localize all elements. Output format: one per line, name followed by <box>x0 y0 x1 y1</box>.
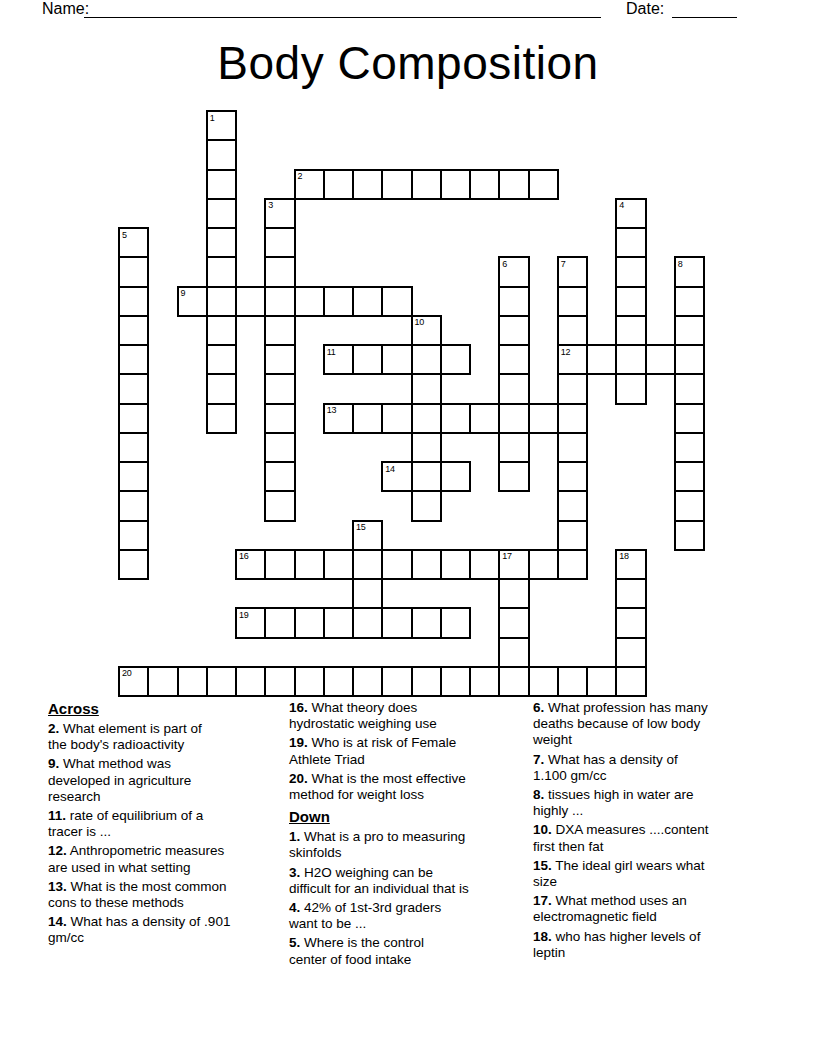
grid-cell[interactable] <box>352 403 383 434</box>
clue-number: 6. <box>533 700 544 715</box>
grid-cell[interactable] <box>118 286 149 317</box>
grid-cell[interactable]: 13 <box>323 403 354 434</box>
grid-cell[interactable] <box>206 315 237 346</box>
grid-cell[interactable] <box>411 373 442 404</box>
cell-number: 7 <box>561 259 566 269</box>
grid-cell[interactable]: 14 <box>381 461 412 492</box>
grid-cell[interactable] <box>118 490 149 521</box>
grid-cell[interactable] <box>323 607 354 638</box>
clue-text: Where is the control center of food inta… <box>289 935 424 966</box>
clue-text: Anthropometric measures are used in what… <box>48 843 224 874</box>
grid-cell[interactable] <box>528 549 559 580</box>
clue-text: What is the most common cons to these me… <box>48 879 227 910</box>
clue-item: 3. H2O weighing can be difficult for an … <box>289 865 529 897</box>
grid-cell[interactable] <box>498 344 529 375</box>
grid-cell[interactable] <box>615 286 646 317</box>
clue-number: 12. <box>48 843 67 858</box>
grid-cell[interactable] <box>323 286 354 317</box>
grid-cell[interactable]: 12 <box>557 344 588 375</box>
clue-text: What has a density of .901 gm/cc <box>48 914 230 945</box>
name-label: Name: <box>42 0 89 18</box>
grid-cell[interactable] <box>381 286 412 317</box>
cell-number: 17 <box>502 551 511 561</box>
clue-number: 8. <box>533 787 544 802</box>
grid-cell[interactable]: 9 <box>177 286 208 317</box>
grid-cell[interactable] <box>674 490 705 521</box>
clue-text: H2O weighing can be difficult for an ind… <box>289 865 469 896</box>
grid-cell[interactable]: 3 <box>264 198 295 229</box>
clue-number: 15. <box>533 858 552 873</box>
grid-cell[interactable]: 11 <box>323 344 354 375</box>
clue-text: who has higher levels of leptin <box>533 929 700 960</box>
cell-number: 9 <box>181 288 186 298</box>
clue-column: Across2. What element is part of the bod… <box>48 700 280 950</box>
grid-cell[interactable]: 8 <box>674 256 705 287</box>
clue-text: What element is part of the body's radio… <box>48 721 202 752</box>
grid-cell[interactable] <box>674 373 705 404</box>
grid-cell[interactable] <box>118 432 149 463</box>
clue-number: 14. <box>48 914 67 929</box>
grid-cell[interactable] <box>615 256 646 287</box>
grid-cell[interactable]: 20 <box>118 666 149 697</box>
grid-cell[interactable] <box>557 403 588 434</box>
grid-cell[interactable] <box>323 169 354 200</box>
clue-item: 16. What theory does hydrostatic weighin… <box>289 700 529 732</box>
grid-cell[interactable] <box>498 461 529 492</box>
grid-cell[interactable] <box>411 169 442 200</box>
clue-number: 10. <box>533 822 552 837</box>
clue-text: Who is at risk of Female Athlete Triad <box>289 735 456 766</box>
grid-cell[interactable] <box>674 432 705 463</box>
grid-cell[interactable] <box>352 549 383 580</box>
grid-cell[interactable] <box>674 315 705 346</box>
grid-cell[interactable] <box>557 666 588 697</box>
cell-number: 20 <box>122 668 131 678</box>
grid-cell[interactable] <box>557 373 588 404</box>
grid-cell[interactable] <box>352 286 383 317</box>
grid-cell[interactable] <box>674 286 705 317</box>
clue-item: 18. who has higher levels of leptin <box>533 929 765 961</box>
clue-item: 12. Anthropometric measures are used in … <box>48 843 280 875</box>
clue-item: 10. DXA measures ....content first then … <box>533 822 765 854</box>
grid-cell[interactable] <box>411 461 442 492</box>
grid-cell[interactable] <box>674 461 705 492</box>
grid-cell[interactable] <box>118 403 149 434</box>
grid-cell[interactable] <box>498 169 529 200</box>
clue-item: 5. Where is the control center of food i… <box>289 935 529 967</box>
cell-number: 5 <box>122 230 127 240</box>
grid-cell[interactable] <box>498 578 529 609</box>
clue-item: 20. What is the most effective method fo… <box>289 771 529 803</box>
cell-number: 2 <box>298 171 303 181</box>
clue-text: What is the most effective method for we… <box>289 771 466 802</box>
grid-cell[interactable] <box>498 666 529 697</box>
grid-cell[interactable] <box>440 607 471 638</box>
clue-item: 2. What element is part of the body's ra… <box>48 721 280 753</box>
grid-cell[interactable] <box>586 344 617 375</box>
clue-number: 13. <box>48 879 67 894</box>
grid-cell[interactable] <box>264 403 295 434</box>
grid-cell[interactable]: 6 <box>498 256 529 287</box>
clue-number: 9. <box>48 756 59 771</box>
grid-cell[interactable] <box>498 432 529 463</box>
cell-number: 1 <box>210 113 215 123</box>
grid-cell[interactable] <box>440 344 471 375</box>
grid-cell[interactable] <box>118 373 149 404</box>
clue-item: 17. What method uses an electromagnetic … <box>533 893 765 925</box>
grid-cell[interactable] <box>264 344 295 375</box>
grid-cell[interactable] <box>264 227 295 258</box>
grid-cell[interactable] <box>557 549 588 580</box>
clue-item: 7. What has a density of 1.100 gm/cc <box>533 752 765 784</box>
grid-cell[interactable] <box>615 373 646 404</box>
grid-cell[interactable] <box>615 607 646 638</box>
grid-cell[interactable]: 7 <box>557 256 588 287</box>
grid-cell[interactable] <box>674 520 705 551</box>
grid-cell[interactable] <box>557 461 588 492</box>
grid-cell[interactable] <box>557 432 588 463</box>
clue-text: What method uses an electromagnetic fiel… <box>533 893 687 924</box>
grid-cell[interactable] <box>206 139 237 170</box>
grid-cell[interactable] <box>206 227 237 258</box>
grid-cell[interactable] <box>498 607 529 638</box>
grid-cell[interactable] <box>528 666 559 697</box>
clue-text: What theory does hydrostatic weighing us… <box>289 700 437 731</box>
grid-cell[interactable] <box>118 315 149 346</box>
clue-number: 20. <box>289 771 308 786</box>
grid-cell[interactable]: 10 <box>411 315 442 346</box>
grid-cell[interactable] <box>498 637 529 668</box>
grid-cell[interactable] <box>264 461 295 492</box>
cell-number: 13 <box>327 405 336 415</box>
grid-cell[interactable] <box>264 373 295 404</box>
grid-cell[interactable] <box>440 403 471 434</box>
grid-cell[interactable] <box>206 403 237 434</box>
clue-text: What profession has many deaths because … <box>533 700 708 747</box>
grid-cell[interactable] <box>411 403 442 434</box>
clue-item: 11. rate of equilibrium of a tracer is .… <box>48 808 280 840</box>
grid-cell[interactable] <box>206 198 237 229</box>
grid-cell[interactable] <box>615 227 646 258</box>
grid-cell[interactable] <box>411 490 442 521</box>
grid-cell[interactable] <box>645 344 676 375</box>
grid-cell[interactable] <box>352 666 383 697</box>
clue-number: 19. <box>289 735 308 750</box>
crossword-grid: 1234567891011121314151617181920 <box>118 110 706 698</box>
grid-cell[interactable] <box>352 578 383 609</box>
grid-cell[interactable] <box>206 169 237 200</box>
clue-item: 8. tissues high in water are highly ... <box>533 787 765 819</box>
grid-cell[interactable] <box>147 666 178 697</box>
grid-cell[interactable] <box>264 432 295 463</box>
grid-cell[interactable] <box>264 490 295 521</box>
cell-number: 11 <box>327 347 336 357</box>
clue-item: 14. What has a density of .901 gm/cc <box>48 914 280 946</box>
grid-cell[interactable] <box>498 315 529 346</box>
clue-number: 7. <box>533 752 544 767</box>
grid-cell[interactable] <box>557 490 588 521</box>
clue-item: 6. What profession has many deaths becau… <box>533 700 765 749</box>
cell-number: 3 <box>268 200 273 210</box>
clue-list-heading: Across <box>48 700 280 717</box>
clue-text: tissues high in water are highly ... <box>533 787 694 818</box>
grid-cell[interactable] <box>498 286 529 317</box>
grid-cell[interactable] <box>469 666 500 697</box>
date-input-line[interactable] <box>672 0 737 18</box>
grid-cell[interactable] <box>235 666 266 697</box>
clue-list-heading: Down <box>289 808 529 825</box>
grid-cell[interactable] <box>381 607 412 638</box>
grid-cell[interactable] <box>557 286 588 317</box>
grid-cell[interactable] <box>615 315 646 346</box>
grid-cell[interactable] <box>615 578 646 609</box>
grid-cell[interactable] <box>674 403 705 434</box>
grid-cell[interactable] <box>352 169 383 200</box>
grid-cell[interactable] <box>294 607 325 638</box>
clue-text: What has a density of 1.100 gm/cc <box>533 752 678 783</box>
grid-cell[interactable] <box>118 344 149 375</box>
grid-cell[interactable] <box>411 607 442 638</box>
cell-number: 16 <box>239 551 248 561</box>
grid-cell[interactable] <box>118 256 149 287</box>
grid-cell[interactable] <box>528 403 559 434</box>
clue-item: 19. Who is at risk of Female Athlete Tri… <box>289 735 529 767</box>
clue-text: What is a pro to measuring skinfolds <box>289 829 465 860</box>
grid-cell[interactable] <box>411 432 442 463</box>
cell-number: 6 <box>502 259 507 269</box>
grid-cell[interactable] <box>235 286 266 317</box>
cell-number: 12 <box>561 347 570 357</box>
grid-cell[interactable] <box>206 286 237 317</box>
grid-cell[interactable] <box>323 549 354 580</box>
clue-number: 17. <box>533 893 552 908</box>
clue-number: 4. <box>289 900 300 915</box>
grid-cell[interactable] <box>411 344 442 375</box>
grid-cell[interactable] <box>381 344 412 375</box>
grid-cell[interactable] <box>440 461 471 492</box>
worksheet-page: { "header": { "name_label": "Name:", "da… <box>0 0 816 1056</box>
cell-number: 15 <box>356 522 365 532</box>
grid-cell[interactable] <box>381 666 412 697</box>
grid-cell[interactable]: 16 <box>235 549 266 580</box>
clue-number: 16. <box>289 700 308 715</box>
grid-cell[interactable] <box>206 666 237 697</box>
grid-cell[interactable] <box>206 256 237 287</box>
grid-cell[interactable] <box>440 169 471 200</box>
grid-cell[interactable] <box>469 403 500 434</box>
clue-text: What method was developed in agriculture… <box>48 756 191 803</box>
grid-cell[interactable] <box>411 666 442 697</box>
clue-column: 16. What theory does hydrostatic weighin… <box>289 700 529 971</box>
cell-number: 8 <box>678 259 683 269</box>
clue-text: DXA measures ....content first then fat <box>533 822 709 853</box>
clue-column: 6. What profession has many deaths becau… <box>533 700 765 964</box>
grid-cell[interactable] <box>264 549 295 580</box>
grid-cell[interactable]: 4 <box>615 198 646 229</box>
clue-number: 1. <box>289 829 300 844</box>
clue-number: 2. <box>48 721 59 736</box>
clue-item: 9. What method was developed in agricult… <box>48 756 280 805</box>
name-input-line[interactable] <box>84 0 601 18</box>
grid-cell[interactable] <box>294 286 325 317</box>
grid-cell[interactable] <box>411 549 442 580</box>
cell-number: 14 <box>385 464 394 474</box>
grid-cell[interactable]: 5 <box>118 227 149 258</box>
clue-number: 3. <box>289 865 300 880</box>
grid-cell[interactable]: 18 <box>615 549 646 580</box>
clue-number: 5. <box>289 935 300 950</box>
grid-cell[interactable] <box>294 549 325 580</box>
grid-cell[interactable] <box>206 373 237 404</box>
grid-cell[interactable] <box>264 607 295 638</box>
grid-cell[interactable] <box>118 549 149 580</box>
puzzle-title: Body Composition <box>0 36 816 90</box>
grid-cell[interactable] <box>352 607 383 638</box>
clue-text: rate of equilibrium of a tracer is ... <box>48 808 203 839</box>
clue-item: 13. What is the most common cons to thes… <box>48 879 280 911</box>
grid-cell[interactable] <box>323 666 354 697</box>
grid-cell[interactable] <box>352 344 383 375</box>
grid-cell[interactable] <box>615 344 646 375</box>
grid-cell[interactable] <box>615 637 646 668</box>
date-label: Date: <box>626 0 664 18</box>
grid-cell[interactable] <box>264 666 295 697</box>
cell-number: 4 <box>619 200 624 210</box>
grid-cell[interactable]: 2 <box>294 169 325 200</box>
grid-cell[interactable] <box>498 373 529 404</box>
grid-cell[interactable] <box>118 520 149 551</box>
grid-cell[interactable] <box>381 169 412 200</box>
grid-cell[interactable] <box>264 256 295 287</box>
grid-cell[interactable] <box>557 315 588 346</box>
grid-cell[interactable] <box>264 315 295 346</box>
cell-number: 10 <box>415 317 424 327</box>
clue-item: 15. The ideal girl wears what size <box>533 858 765 890</box>
clue-number: 18. <box>533 929 552 944</box>
grid-cell[interactable] <box>498 403 529 434</box>
grid-cell[interactable] <box>381 549 412 580</box>
grid-cell[interactable] <box>440 549 471 580</box>
grid-cell[interactable] <box>557 520 588 551</box>
grid-cell[interactable] <box>206 344 237 375</box>
clue-item: 1. What is a pro to measuring skinfolds <box>289 829 529 861</box>
grid-cell[interactable] <box>177 666 208 697</box>
grid-cell[interactable] <box>381 403 412 434</box>
clue-text: The ideal girl wears what size <box>533 858 705 889</box>
grid-cell[interactable]: 15 <box>352 520 383 551</box>
grid-cell[interactable]: 1 <box>206 110 237 141</box>
clue-number: 11. <box>48 808 66 823</box>
grid-cell[interactable]: 17 <box>498 549 529 580</box>
grid-cell[interactable] <box>264 286 295 317</box>
clue-item: 4. 42% of 1st-3rd graders want to be ... <box>289 900 529 932</box>
cell-number: 19 <box>239 610 248 620</box>
grid-cell[interactable] <box>294 666 325 697</box>
grid-cell[interactable] <box>528 169 559 200</box>
clue-text: 42% of 1st-3rd graders want to be ... <box>289 900 441 931</box>
grid-cell[interactable] <box>586 666 617 697</box>
grid-cell[interactable] <box>615 666 646 697</box>
grid-cell[interactable] <box>674 344 705 375</box>
grid-cell[interactable]: 19 <box>235 607 266 638</box>
grid-cell[interactable] <box>469 169 500 200</box>
grid-cell[interactable] <box>118 461 149 492</box>
grid-cell[interactable] <box>440 666 471 697</box>
cell-number: 18 <box>619 551 628 561</box>
grid-cell[interactable] <box>469 549 500 580</box>
